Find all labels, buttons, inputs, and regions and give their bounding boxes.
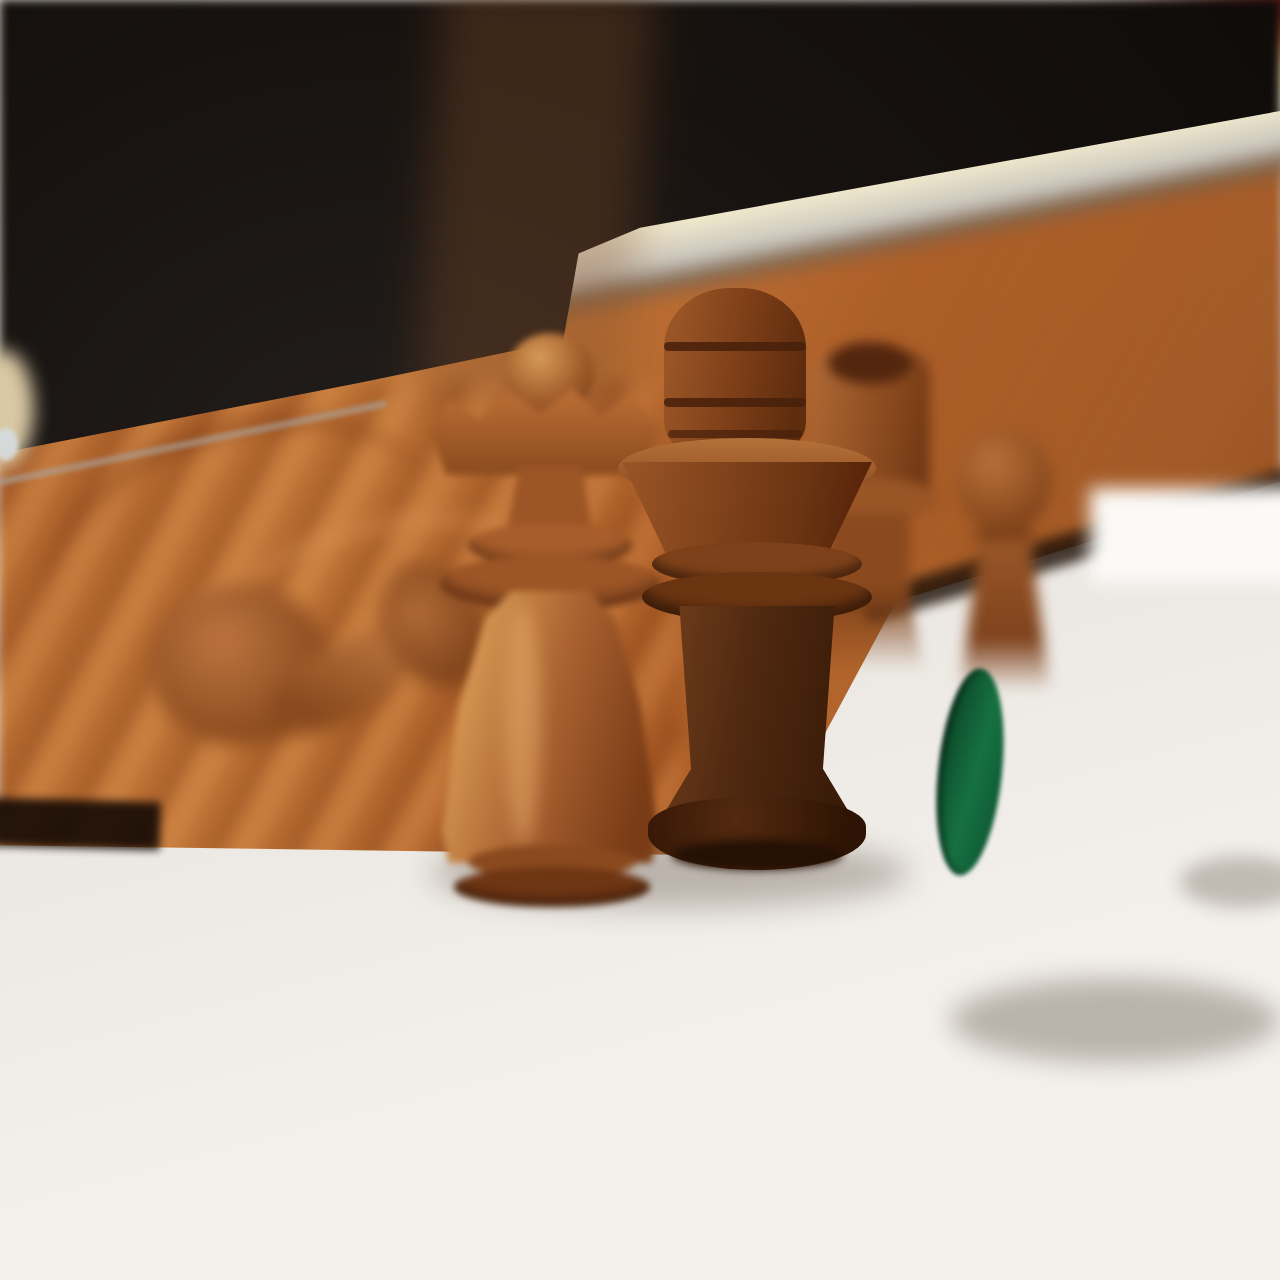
king-base-shadow	[672, 840, 842, 870]
pawn-piece-far-right	[1195, 530, 1280, 910]
king-knob-groove	[668, 430, 802, 438]
king-piece	[612, 280, 902, 880]
box-bottom-edge-left	[0, 798, 161, 851]
shadow-under-knight	[950, 978, 1280, 1063]
king-knob-groove	[664, 398, 806, 407]
queen-highlight	[505, 605, 541, 845]
pawn-head	[956, 429, 1052, 533]
pawn-body	[960, 541, 1050, 691]
photo-chess-pieces-scene	[0, 0, 1280, 1280]
pawn-body	[1225, 540, 1280, 775]
pawn-piece-background	[952, 425, 1057, 705]
king-knob-groove	[664, 342, 806, 351]
